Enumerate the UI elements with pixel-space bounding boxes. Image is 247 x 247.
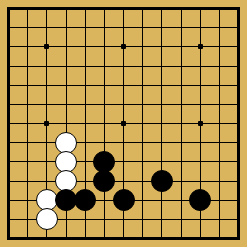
go-diagram <box>0 0 247 247</box>
grid-line-vertical <box>161 10 162 237</box>
black-stone[interactable] <box>113 189 135 211</box>
black-stone[interactable] <box>93 170 115 192</box>
grid-line-horizontal <box>10 161 237 162</box>
star-point <box>44 44 49 49</box>
grid-line-vertical <box>219 10 220 237</box>
star-point <box>121 121 126 126</box>
black-stone[interactable] <box>189 189 211 211</box>
star-point <box>44 121 49 126</box>
grid-line-horizontal <box>10 181 237 182</box>
grid-line-vertical <box>181 10 182 237</box>
go-board[interactable] <box>7 7 240 240</box>
black-stone[interactable] <box>74 189 96 211</box>
grid-line-vertical <box>142 10 143 237</box>
black-stone[interactable] <box>151 170 173 192</box>
white-stone[interactable] <box>36 208 58 230</box>
star-point <box>198 121 203 126</box>
star-point <box>121 44 126 49</box>
star-point <box>198 44 203 49</box>
grid-line-horizontal <box>10 142 237 143</box>
